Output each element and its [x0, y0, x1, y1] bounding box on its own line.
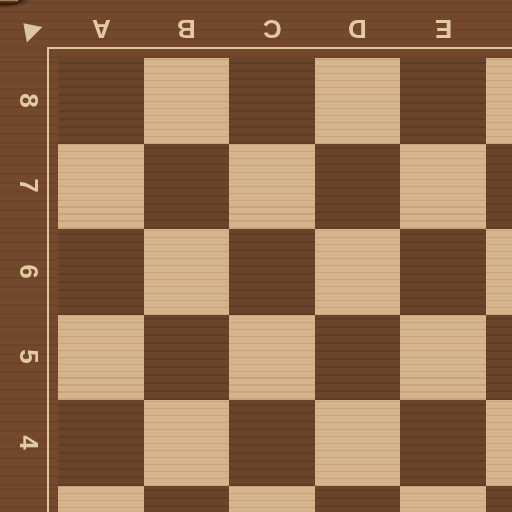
frame-rank-cell: 7 — [0, 144, 58, 230]
frame-file-cell: C — [229, 0, 315, 58]
square-b4[interactable] — [144, 400, 230, 486]
frame-file-cell: B — [144, 0, 230, 58]
rank-label: 4 — [16, 435, 42, 450]
chess-board: ABCDEFGH8877665544332211ABCDEFGH — [0, 0, 512, 512]
file-label: B — [176, 16, 196, 42]
square-a5[interactable] — [58, 315, 144, 401]
square-d8[interactable] — [315, 58, 401, 144]
square-e5[interactable] — [400, 315, 486, 401]
frame-file-cell: F — [486, 0, 512, 58]
frame-rank-cell: 5 — [0, 315, 58, 401]
file-label: C — [262, 16, 282, 42]
frame-rank-cell: 3 — [0, 486, 58, 512]
frame-file-cell: D — [315, 0, 401, 58]
square-d6[interactable] — [315, 229, 401, 315]
square-a8[interactable] — [58, 58, 144, 144]
frame-file-cell: A — [58, 0, 144, 58]
rank-label: 5 — [16, 350, 42, 365]
square-a6[interactable] — [58, 229, 144, 315]
square-f6[interactable] — [486, 229, 512, 315]
frame-rank-cell: 8 — [0, 58, 58, 144]
square-a4[interactable] — [58, 400, 144, 486]
square-c5[interactable] — [229, 315, 315, 401]
square-a7[interactable] — [58, 144, 144, 230]
square-d7[interactable] — [315, 144, 401, 230]
rank-label: 7 — [16, 179, 42, 194]
square-c3[interactable] — [229, 486, 315, 512]
square-b6[interactable] — [144, 229, 230, 315]
board-grid: ABCDEFGH8877665544332211ABCDEFGH — [0, 0, 512, 512]
square-b8[interactable] — [144, 58, 230, 144]
square-e7[interactable] — [400, 144, 486, 230]
square-c8[interactable] — [229, 58, 315, 144]
square-d5[interactable] — [315, 315, 401, 401]
square-a3[interactable] — [58, 486, 144, 512]
frame-rank-cell: 6 — [0, 229, 58, 315]
file-label: D — [347, 16, 367, 42]
square-d4[interactable] — [315, 400, 401, 486]
square-f4[interactable] — [486, 400, 512, 486]
square-c6[interactable] — [229, 229, 315, 315]
square-f7[interactable] — [486, 144, 512, 230]
square-b3[interactable] — [144, 486, 230, 512]
product-photo-scene: ABCDEFGH8877665544332211ABCDEFGH ♜♞♝♛♚♝♞… — [0, 0, 512, 512]
square-f8[interactable] — [486, 58, 512, 144]
file-label: E — [434, 16, 452, 42]
square-b7[interactable] — [144, 144, 230, 230]
square-f3[interactable] — [486, 486, 512, 512]
square-d3[interactable] — [315, 486, 401, 512]
frame-file-cell: E — [400, 0, 486, 58]
rank-label: 8 — [16, 93, 42, 108]
square-c7[interactable] — [229, 144, 315, 230]
file-label: A — [91, 16, 111, 42]
square-e3[interactable] — [400, 486, 486, 512]
rank-label: 6 — [16, 264, 42, 279]
square-c4[interactable] — [229, 400, 315, 486]
square-e8[interactable] — [400, 58, 486, 144]
piece-white-rook-h1[interactable]: ♜ — [0, 0, 26, 9]
square-e4[interactable] — [400, 400, 486, 486]
square-b5[interactable] — [144, 315, 230, 401]
square-e6[interactable] — [400, 229, 486, 315]
square-f5[interactable] — [486, 315, 512, 401]
frame-rank-cell: 4 — [0, 400, 58, 486]
